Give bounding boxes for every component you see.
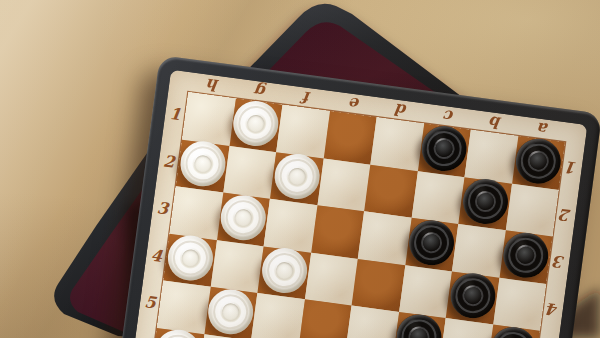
square-h4[interactable] xyxy=(163,233,216,286)
square-c1[interactable] xyxy=(417,123,470,176)
white-man-h4[interactable] xyxy=(165,233,216,284)
square-e1[interactable] xyxy=(323,111,376,164)
square-g5[interactable] xyxy=(204,287,257,338)
square-f4[interactable] xyxy=(257,246,310,299)
square-f1[interactable] xyxy=(276,105,329,158)
white-man-h2[interactable] xyxy=(177,139,228,190)
black-man-a1[interactable] xyxy=(513,136,564,187)
square-b4[interactable] xyxy=(446,271,499,324)
square-b3[interactable] xyxy=(452,224,505,277)
square-c4[interactable] xyxy=(399,265,452,318)
square-d1[interactable] xyxy=(370,117,423,170)
white-man-g3[interactable] xyxy=(218,192,269,243)
square-b2[interactable] xyxy=(458,177,511,230)
square-h2[interactable] xyxy=(176,139,229,192)
white-man-f2[interactable] xyxy=(272,151,323,202)
square-a1[interactable] xyxy=(512,136,565,189)
square-a4[interactable] xyxy=(493,277,546,330)
square-c3[interactable] xyxy=(405,218,458,271)
square-g1[interactable] xyxy=(229,98,282,151)
black-man-c1[interactable] xyxy=(419,123,470,174)
square-d4[interactable] xyxy=(352,258,405,311)
square-c2[interactable] xyxy=(411,171,464,224)
square-f2[interactable] xyxy=(270,152,323,205)
white-man-g5[interactable] xyxy=(206,286,257,337)
white-man-g1[interactable] xyxy=(231,98,282,149)
square-h1[interactable] xyxy=(182,92,235,145)
square-f3[interactable] xyxy=(264,199,317,252)
square-f5[interactable] xyxy=(251,293,304,338)
square-e4[interactable] xyxy=(304,252,357,305)
square-a3[interactable] xyxy=(499,230,552,283)
rank-label-left-6: 6 xyxy=(131,325,157,338)
square-h3[interactable] xyxy=(169,186,222,239)
black-man-b2[interactable] xyxy=(460,176,511,227)
square-b1[interactable] xyxy=(465,130,518,183)
black-man-b4[interactable] xyxy=(447,271,498,322)
square-g3[interactable] xyxy=(217,193,270,246)
square-d3[interactable] xyxy=(358,211,411,264)
square-g2[interactable] xyxy=(223,145,276,198)
board-border: hgfedcba1234567812345678 xyxy=(116,70,588,338)
square-d2[interactable] xyxy=(364,164,417,217)
square-g4[interactable] xyxy=(210,240,263,293)
square-h5[interactable] xyxy=(157,280,210,333)
black-man-c3[interactable] xyxy=(407,217,458,268)
black-man-a3[interactable] xyxy=(501,230,552,281)
square-a2[interactable] xyxy=(505,183,558,236)
square-e2[interactable] xyxy=(317,158,370,211)
square-d5[interactable] xyxy=(345,306,398,338)
square-e3[interactable] xyxy=(311,205,364,258)
white-man-f4[interactable] xyxy=(259,246,310,297)
photo-scene: hgfedcba1234567812345678 xyxy=(0,0,600,338)
square-e5[interactable] xyxy=(298,299,351,338)
